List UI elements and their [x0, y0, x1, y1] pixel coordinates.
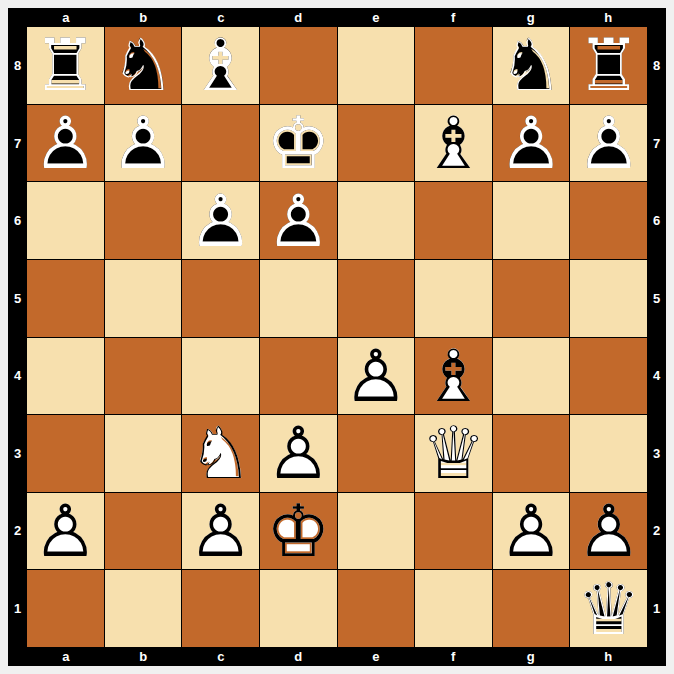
piece-outline: ♔ — [260, 105, 337, 182]
board-frame: abcdefgh abcdefgh 87654321 87654321 ♜♖♞♘… — [8, 8, 666, 666]
file-label-g: g — [492, 647, 570, 666]
rank-label-1: 1 — [647, 570, 666, 648]
chessboard-screenshot: abcdefgh abcdefgh 87654321 87654321 ♜♖♞♘… — [0, 0, 674, 674]
white-king-icon[interactable]: ♚♔ — [260, 493, 337, 570]
square-h7[interactable]: ♟♙ — [570, 105, 647, 182]
square-h1[interactable]: ♛♕ — [570, 570, 647, 647]
square-e4[interactable]: ♟♙ — [338, 338, 415, 415]
black-pawn-icon[interactable]: ♟♙ — [493, 105, 570, 182]
piece-outline: ♘ — [182, 415, 259, 492]
rank-label-8: 8 — [647, 27, 666, 105]
white-pawn-icon[interactable]: ♟♙ — [338, 338, 415, 415]
white-pawn-icon[interactable]: ♟♙ — [27, 493, 104, 570]
file-label-d: d — [260, 647, 338, 666]
black-rook-icon[interactable]: ♜♖ — [27, 27, 104, 104]
square-a6[interactable] — [27, 182, 104, 259]
rank-label-6: 6 — [647, 182, 666, 260]
square-f3[interactable]: ♛♕ — [415, 415, 492, 492]
piece-outline: ♕ — [415, 415, 492, 492]
square-f2[interactable] — [415, 493, 492, 570]
rank-label-8: 8 — [8, 27, 27, 105]
rank-label-2: 2 — [8, 492, 27, 570]
piece-outline: ♙ — [570, 493, 647, 570]
square-b6[interactable] — [105, 182, 182, 259]
black-rook-icon[interactable]: ♜♖ — [570, 27, 647, 104]
square-c5[interactable] — [182, 260, 259, 337]
piece-outline: ♙ — [105, 105, 182, 182]
rank-label-4: 4 — [8, 337, 27, 415]
square-g4[interactable] — [493, 338, 570, 415]
square-a2[interactable]: ♟♙ — [27, 493, 104, 570]
piece-outline: ♙ — [570, 105, 647, 182]
black-king-icon[interactable]: ♚♔ — [260, 105, 337, 182]
black-bishop-icon[interactable]: ♝♗ — [182, 27, 259, 104]
rank-label-1: 1 — [8, 570, 27, 648]
square-h5[interactable] — [570, 260, 647, 337]
black-pawn-icon[interactable]: ♟♙ — [570, 105, 647, 182]
square-g1[interactable] — [493, 570, 570, 647]
piece-outline: ♙ — [493, 493, 570, 570]
square-b1[interactable] — [105, 570, 182, 647]
piece-outline: ♖ — [27, 27, 104, 104]
square-g3[interactable] — [493, 415, 570, 492]
chess-board: ♜♖♞♘♝♗♞♘♜♖♟♙♟♙♚♔♝♗♟♙♟♙♟♙♟♙♟♙♝♗♞♘♟♙♛♕♟♙♟♙… — [27, 27, 647, 647]
piece-outline: ♙ — [27, 105, 104, 182]
rank-label-7: 7 — [8, 105, 27, 183]
square-g5[interactable] — [493, 260, 570, 337]
square-a7[interactable]: ♟♙ — [27, 105, 104, 182]
square-d5[interactable] — [260, 260, 337, 337]
square-f1[interactable] — [415, 570, 492, 647]
square-c6[interactable]: ♟♙ — [182, 182, 259, 259]
square-f4[interactable]: ♝♗ — [415, 338, 492, 415]
square-d8[interactable] — [260, 27, 337, 104]
black-knight-icon[interactable]: ♞♘ — [493, 27, 570, 104]
file-label-e: e — [337, 647, 415, 666]
square-d3[interactable]: ♟♙ — [260, 415, 337, 492]
square-b7[interactable]: ♟♙ — [105, 105, 182, 182]
file-label-f: f — [415, 647, 493, 666]
square-c1[interactable] — [182, 570, 259, 647]
rank-label-6: 6 — [8, 182, 27, 260]
square-e3[interactable] — [338, 415, 415, 492]
square-d4[interactable] — [260, 338, 337, 415]
black-queen-icon[interactable]: ♛♕ — [570, 570, 647, 647]
piece-outline: ♙ — [182, 493, 259, 570]
rank-labels-right: 87654321 — [647, 27, 666, 647]
rank-label-2: 2 — [647, 492, 666, 570]
white-pawn-icon[interactable]: ♟♙ — [260, 415, 337, 492]
piece-outline: ♘ — [105, 27, 182, 104]
rank-label-3: 3 — [647, 415, 666, 493]
square-a1[interactable] — [27, 570, 104, 647]
file-label-f: f — [415, 8, 493, 27]
square-b3[interactable] — [105, 415, 182, 492]
square-h2[interactable]: ♟♙ — [570, 493, 647, 570]
square-a5[interactable] — [27, 260, 104, 337]
square-h4[interactable] — [570, 338, 647, 415]
file-label-e: e — [337, 8, 415, 27]
square-h6[interactable] — [570, 182, 647, 259]
piece-outline: ♕ — [570, 570, 647, 647]
black-pawn-icon[interactable]: ♟♙ — [260, 182, 337, 259]
rank-label-5: 5 — [8, 260, 27, 338]
square-f6[interactable] — [415, 182, 492, 259]
square-a3[interactable] — [27, 415, 104, 492]
square-c8[interactable]: ♝♗ — [182, 27, 259, 104]
white-pawn-icon[interactable]: ♟♙ — [493, 493, 570, 570]
square-c4[interactable] — [182, 338, 259, 415]
piece-outline: ♘ — [493, 27, 570, 104]
white-pawn-icon[interactable]: ♟♙ — [182, 493, 259, 570]
square-e5[interactable] — [338, 260, 415, 337]
piece-outline: ♙ — [493, 105, 570, 182]
file-label-a: a — [27, 647, 105, 666]
rank-label-3: 3 — [8, 415, 27, 493]
square-e1[interactable] — [338, 570, 415, 647]
square-c3[interactable]: ♞♘ — [182, 415, 259, 492]
square-d1[interactable] — [260, 570, 337, 647]
black-pawn-icon[interactable]: ♟♙ — [27, 105, 104, 182]
square-d2[interactable]: ♚♔ — [260, 493, 337, 570]
square-f5[interactable] — [415, 260, 492, 337]
white-bishop-icon[interactable]: ♝♗ — [415, 105, 492, 182]
rank-labels-left: 87654321 — [8, 27, 27, 647]
square-b2[interactable] — [105, 493, 182, 570]
square-c7[interactable] — [182, 105, 259, 182]
square-f7[interactable]: ♝♗ — [415, 105, 492, 182]
square-h3[interactable] — [570, 415, 647, 492]
square-c2[interactable]: ♟♙ — [182, 493, 259, 570]
rank-label-4: 4 — [647, 337, 666, 415]
rank-label-5: 5 — [647, 260, 666, 338]
square-d7[interactable]: ♚♔ — [260, 105, 337, 182]
piece-outline: ♔ — [260, 493, 337, 570]
rank-label-7: 7 — [647, 105, 666, 183]
white-bishop-icon[interactable]: ♝♗ — [415, 338, 492, 415]
piece-outline: ♙ — [27, 493, 104, 570]
piece-outline: ♗ — [415, 338, 492, 415]
square-g8[interactable]: ♞♘ — [493, 27, 570, 104]
square-g7[interactable]: ♟♙ — [493, 105, 570, 182]
white-queen-icon[interactable]: ♛♕ — [415, 415, 492, 492]
white-knight-icon[interactable]: ♞♘ — [182, 415, 259, 492]
square-e2[interactable] — [338, 493, 415, 570]
square-g2[interactable]: ♟♙ — [493, 493, 570, 570]
white-pawn-icon[interactable]: ♟♙ — [570, 493, 647, 570]
square-e7[interactable] — [338, 105, 415, 182]
piece-outline: ♙ — [338, 338, 415, 415]
square-a8[interactable]: ♜♖ — [27, 27, 104, 104]
square-e8[interactable] — [338, 27, 415, 104]
black-pawn-icon[interactable]: ♟♙ — [182, 182, 259, 259]
piece-outline: ♙ — [182, 182, 259, 259]
file-label-c: c — [182, 647, 260, 666]
file-label-b: b — [105, 647, 183, 666]
piece-outline: ♙ — [260, 415, 337, 492]
square-e6[interactable] — [338, 182, 415, 259]
piece-outline: ♗ — [415, 105, 492, 182]
square-b8[interactable]: ♞♘ — [105, 27, 182, 104]
black-pawn-icon[interactable]: ♟♙ — [105, 105, 182, 182]
piece-outline: ♗ — [182, 27, 259, 104]
file-labels-bottom: abcdefgh — [27, 647, 647, 666]
piece-outline: ♙ — [260, 182, 337, 259]
black-knight-icon[interactable]: ♞♘ — [105, 27, 182, 104]
file-label-d: d — [260, 8, 338, 27]
square-h8[interactable]: ♜♖ — [570, 27, 647, 104]
piece-outline: ♖ — [570, 27, 647, 104]
square-b4[interactable] — [105, 338, 182, 415]
square-a4[interactable] — [27, 338, 104, 415]
square-g6[interactable] — [493, 182, 570, 259]
square-d6[interactable]: ♟♙ — [260, 182, 337, 259]
square-b5[interactable] — [105, 260, 182, 337]
square-f8[interactable] — [415, 27, 492, 104]
